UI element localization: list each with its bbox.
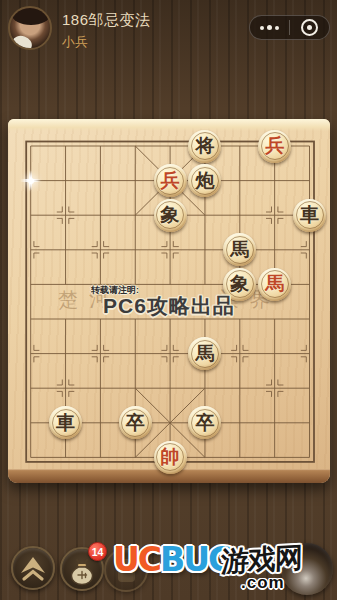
piece-馬-black[interactable]: 馬	[223, 233, 256, 266]
piece-卒-black[interactable]: 卒	[188, 406, 221, 439]
page-title: 186邹忌变法	[62, 11, 151, 30]
dots-icon	[260, 26, 264, 30]
watermark-com: .com	[241, 573, 285, 593]
piece-将-black[interactable]: 将	[188, 130, 221, 163]
piece-車-black[interactable]: 車	[293, 199, 326, 232]
app-screen: 186邹忌变法 小兵 楚河 漢界 将兵兵炮象車馬象馬馬車卒卒帥 转载请注明: P…	[0, 0, 337, 600]
piece-卒-black[interactable]: 卒	[119, 406, 152, 439]
chevron-up-icon	[13, 548, 53, 588]
piece-馬-black[interactable]: 馬	[188, 337, 221, 370]
more-button[interactable]	[250, 16, 289, 39]
piece-帥-red[interactable]: 帥	[154, 441, 187, 474]
watermark-ucbug: UCBUG	[113, 543, 233, 577]
avatar-image	[12, 6, 50, 25]
expand-button[interactable]	[11, 546, 55, 590]
piece-兵-red[interactable]: 兵	[154, 164, 187, 197]
watermark-site: 游戏网	[221, 543, 302, 577]
watermark-brand: PC6攻略出品	[103, 292, 235, 320]
piece-象-black[interactable]: 象	[154, 199, 187, 232]
wechat-capsule	[249, 15, 330, 40]
avatar[interactable]	[8, 6, 52, 50]
piece-炮-black[interactable]: 炮	[188, 164, 221, 197]
badge-count: 14	[88, 542, 107, 561]
piece-車-black[interactable]: 車	[49, 406, 82, 439]
close-button[interactable]	[290, 16, 329, 39]
player-rank-label: 小兵	[62, 33, 88, 51]
target-icon	[301, 19, 318, 36]
piece-兵-red[interactable]: 兵	[258, 130, 291, 163]
piece-馬-red[interactable]: 馬	[258, 268, 291, 301]
